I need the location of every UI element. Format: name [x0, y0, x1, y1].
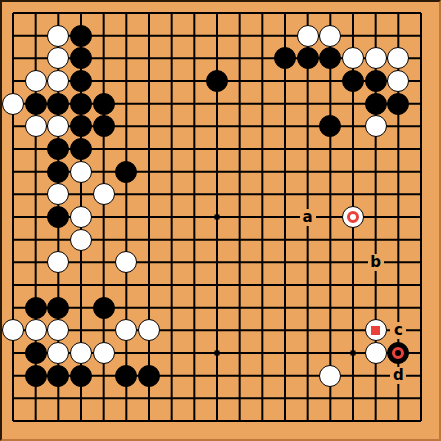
black-stone: [25, 365, 47, 387]
black-stone: [47, 365, 69, 387]
white-stone: [70, 229, 92, 251]
go-board: abcd: [0, 0, 441, 441]
black-stone: [93, 93, 115, 115]
black-stone: [47, 297, 69, 319]
black-stone: [70, 365, 92, 387]
label-d: d: [390, 367, 406, 384]
black-stone: [297, 47, 319, 69]
white-stone: [93, 183, 115, 205]
black-stone: [47, 161, 69, 183]
white-stone: [297, 25, 319, 47]
black-stone: [70, 70, 92, 92]
black-stone: [93, 115, 115, 137]
white-stone: [25, 70, 47, 92]
white-stone: [365, 319, 387, 341]
star-point: [215, 215, 220, 220]
black-stone: [206, 70, 228, 92]
red-circle-marker: [347, 211, 359, 223]
black-stone: [47, 93, 69, 115]
white-stone: [365, 342, 387, 364]
white-stone: [70, 206, 92, 228]
white-stone: [93, 342, 115, 364]
black-stone: [365, 93, 387, 115]
white-stone: [70, 161, 92, 183]
white-stone: [47, 25, 69, 47]
black-stone: [25, 342, 47, 364]
label-c: c: [390, 322, 406, 339]
red-circle-marker: [392, 347, 404, 359]
white-stone: [342, 206, 364, 228]
white-stone: [365, 47, 387, 69]
black-stone: [25, 93, 47, 115]
black-stone: [387, 93, 409, 115]
black-stone: [93, 297, 115, 319]
star-point: [215, 351, 220, 356]
black-stone: [25, 297, 47, 319]
black-stone: [365, 70, 387, 92]
white-stone: [70, 342, 92, 364]
black-stone: [138, 365, 160, 387]
black-stone: [70, 25, 92, 47]
label-a: a: [300, 209, 316, 226]
star-point: [351, 351, 356, 356]
white-stone: [319, 365, 341, 387]
white-stone: [365, 115, 387, 137]
label-b: b: [368, 254, 384, 271]
black-stone: [70, 93, 92, 115]
black-stone: [115, 365, 137, 387]
red-square-marker: [371, 326, 380, 335]
white-stone: [2, 93, 24, 115]
white-stone: [25, 115, 47, 137]
white-stone: [319, 25, 341, 47]
black-stone: [342, 70, 364, 92]
black-stone: [115, 161, 137, 183]
white-stone: [25, 319, 47, 341]
black-stone: [70, 138, 92, 160]
